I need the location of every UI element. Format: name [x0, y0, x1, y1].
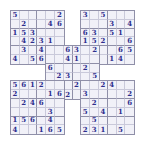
cell-top-left-r6c1[interactable]: 4 [11, 55, 20, 64]
cell-bottom-left-r3c2[interactable]: 2 [20, 99, 29, 108]
cell-top-right-r6c5[interactable]: 4 [117, 55, 126, 64]
cell-top-right-r5c6[interactable]: 5 [125, 46, 134, 55]
cell-center-r2c2[interactable] [55, 55, 64, 64]
cell-bottom-left-r5c2[interactable]: 5 [20, 117, 29, 126]
cell-bottom-left-r4c6[interactable] [55, 108, 64, 117]
cell-bottom-right-r4c6[interactable] [125, 108, 134, 117]
cell-center-r5c3[interactable] [64, 81, 73, 90]
cell-top-right-r3c4[interactable]: 5 [108, 29, 117, 38]
cell-top-left-r4c3[interactable]: 2 [29, 37, 38, 46]
cell-top-left-r5c2[interactable]: 3 [20, 46, 29, 55]
samurai-sudoku-page: 5224615342313445635346351152626514632416… [0, 0, 150, 150]
cell-bottom-right-r4c3[interactable]: 4 [99, 108, 108, 117]
cell-bottom-right-r2c5[interactable] [117, 90, 126, 99]
cell-bottom-left-r6c4[interactable]: 1 [37, 125, 46, 134]
cell-bottom-right-r6c2[interactable]: 3 [90, 125, 99, 134]
cell-center-r6c3[interactable]: 2 [64, 90, 73, 99]
cell-bottom-left-r6c5[interactable]: 6 [46, 125, 55, 134]
cell-bottom-right-r6c3[interactable]: 1 [99, 125, 108, 134]
cell-bottom-left-r3c3[interactable]: 4 [29, 99, 38, 108]
subgrid-bottom-right: 24322654152315 [80, 80, 135, 135]
cell-bottom-left-r4c4[interactable] [37, 108, 46, 117]
cell-top-left-r2c6[interactable]: 6 [55, 20, 64, 29]
cell-top-left-r3c6[interactable] [55, 29, 64, 38]
cell-top-left-r2c5[interactable]: 4 [46, 20, 55, 29]
cell-center-r1c2[interactable] [55, 46, 64, 55]
cell-top-right-r4c4[interactable] [108, 37, 117, 46]
cell-center-r4c3[interactable]: 3 [64, 73, 73, 82]
cell-bottom-right-r1c2[interactable] [90, 81, 99, 90]
cell-bottom-right-r5c6[interactable] [125, 117, 134, 126]
cell-bottom-left-r5c3[interactable]: 6 [29, 117, 38, 126]
cell-bottom-right-r3c6[interactable]: 6 [125, 99, 134, 108]
cell-bottom-right-r1c3[interactable]: 2 [99, 81, 108, 90]
cell-bottom-left-r6c1[interactable]: 4 [11, 125, 20, 134]
cell-top-right-r3c5[interactable]: 1 [117, 29, 126, 38]
cell-top-left-r2c4[interactable] [37, 20, 46, 29]
cell-bottom-right-r6c5[interactable]: 5 [117, 125, 126, 134]
cell-bottom-left-r3c4[interactable]: 6 [37, 99, 46, 108]
cell-bottom-right-r4c5[interactable]: 1 [117, 108, 126, 117]
cell-bottom-left-r3c1[interactable] [11, 99, 20, 108]
cell-center-r1c6[interactable]: 2 [90, 46, 99, 55]
cell-bottom-right-r2c3[interactable] [99, 90, 108, 99]
cell-bottom-right-r3c4[interactable] [108, 99, 117, 108]
cell-bottom-left-r6c6[interactable]: 5 [55, 125, 64, 134]
cell-bottom-right-r1c4[interactable]: 4 [108, 81, 117, 90]
cell-top-right-r5c3[interactable] [99, 46, 108, 55]
cell-bottom-right-r6c6[interactable] [125, 125, 134, 134]
cell-top-right-r2c3[interactable] [99, 20, 108, 29]
cell-center-r3c1[interactable]: 6 [46, 64, 55, 73]
cell-top-left-r6c3[interactable]: 5 [29, 55, 38, 64]
cell-top-left-r1c4[interactable] [37, 11, 46, 20]
cell-bottom-left-r3c6[interactable] [55, 99, 64, 108]
cell-center-r3c4[interactable] [73, 64, 82, 73]
cell-bottom-right-r5c4[interactable] [108, 117, 117, 126]
cell-bottom-left-r1c4[interactable]: 2 [37, 81, 46, 90]
cell-bottom-right-r4c4[interactable] [108, 108, 117, 117]
cell-bottom-left-r2c6[interactable]: 6 [55, 90, 64, 99]
cell-top-right-r4c3[interactable]: 2 [99, 37, 108, 46]
cell-center-r3c5[interactable]: 2 [81, 64, 90, 73]
cell-bottom-right-r6c4[interactable] [108, 125, 117, 134]
cell-bottom-right-r4c1[interactable]: 5 [81, 108, 90, 117]
cell-top-right-r1c2[interactable] [90, 11, 99, 20]
cell-top-right-r2c6[interactable]: 4 [125, 20, 134, 29]
cell-top-right-r1c5[interactable] [117, 11, 126, 20]
cell-bottom-left-r2c5[interactable]: 1 [46, 90, 55, 99]
cell-top-left-r3c1[interactable]: 1 [11, 29, 20, 38]
cell-top-left-r6c2[interactable] [20, 55, 29, 64]
cell-top-left-r4c1[interactable] [11, 37, 20, 46]
cell-top-left-r1c3[interactable] [29, 11, 38, 20]
cell-bottom-left-r6c2[interactable] [20, 125, 29, 134]
cell-center-r1c1[interactable] [46, 46, 55, 55]
subgrid-bottom-left: 5612216246315644165 [10, 80, 65, 135]
cell-center-r1c5[interactable] [81, 46, 90, 55]
cell-center-r2c4[interactable]: 1 [73, 55, 82, 64]
cell-bottom-right-r2c4[interactable] [108, 90, 117, 99]
cell-bottom-left-r1c2[interactable]: 6 [20, 81, 29, 90]
cell-bottom-right-r2c1[interactable]: 3 [81, 90, 90, 99]
cell-top-left-r1c1[interactable]: 5 [11, 11, 20, 20]
samurai-sudoku-board: 5224615342313445635346351152626514632416… [10, 10, 137, 137]
cell-bottom-left-r1c3[interactable]: 1 [29, 81, 38, 90]
cell-center-r2c6[interactable] [90, 55, 99, 64]
cell-top-right-r1c1[interactable]: 3 [81, 11, 90, 20]
cell-bottom-right-r3c2[interactable]: 2 [90, 99, 99, 108]
cell-top-right-r1c3[interactable]: 5 [99, 11, 108, 20]
cell-center-r2c3[interactable]: 4 [64, 55, 73, 64]
cell-bottom-right-r1c5[interactable] [117, 81, 126, 90]
cell-bottom-right-r6c1[interactable]: 2 [81, 125, 90, 134]
cell-bottom-left-r2c1[interactable]: 2 [11, 90, 20, 99]
cell-bottom-left-r6c3[interactable] [29, 125, 38, 134]
cell-top-right-r6c3[interactable] [99, 55, 108, 64]
cell-top-right-r6c6[interactable] [125, 55, 134, 64]
cell-top-right-r6c4[interactable]: 1 [108, 55, 117, 64]
